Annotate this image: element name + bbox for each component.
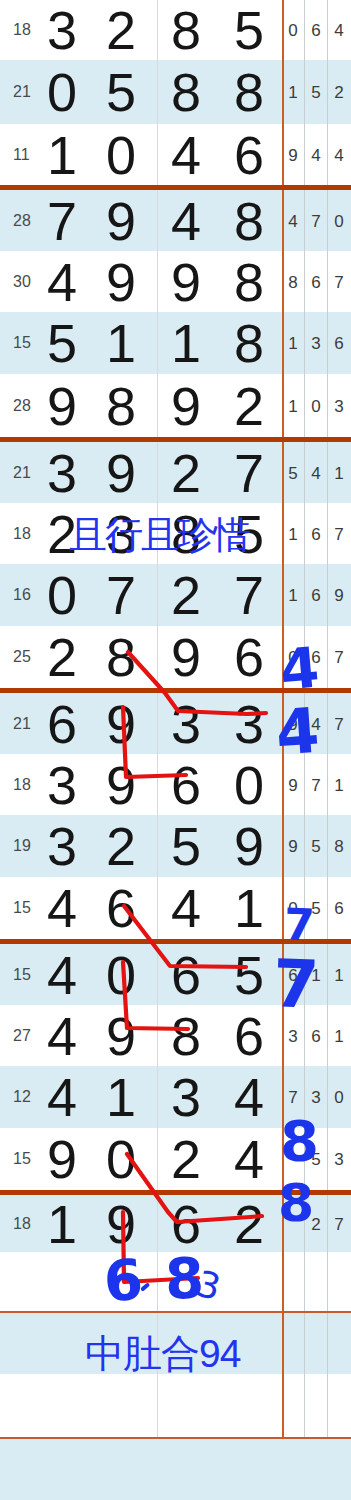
draw-digit: 6 [171, 948, 201, 1002]
draw-digit: 9 [106, 697, 136, 751]
row-sum: 18 [13, 21, 31, 39]
draw-digit: 4 [171, 194, 201, 248]
row-sum: 30 [13, 273, 31, 291]
draw-digit: 0 [106, 1132, 136, 1186]
stat-digit: 4 [311, 146, 320, 163]
draw-digit: 6 [47, 697, 77, 751]
draw-digit: 9 [106, 446, 136, 500]
stat-digit: 1 [288, 84, 297, 101]
draw-digit: 8 [171, 1009, 201, 1063]
draw-digit: 1 [47, 1197, 77, 1251]
draw-digit: 6 [234, 128, 264, 182]
row-sum: 15 [13, 966, 31, 984]
stat-digit: 7 [334, 273, 343, 290]
draw-digit: 3 [47, 3, 77, 57]
draw-digit: 9 [106, 194, 136, 248]
draw-digit: 1 [106, 316, 136, 370]
phrase-overlay: 且行且珍惜 [69, 516, 249, 554]
draw-row: 304998867 [0, 251, 351, 312]
stat-digit: 4 [288, 212, 297, 229]
row-sum: 19 [13, 837, 31, 855]
stat-digit: 2 [334, 84, 343, 101]
draw-digit: 9 [171, 379, 201, 433]
stat-digit: 6 [311, 1027, 320, 1044]
stat-digit: 1 [288, 397, 297, 414]
draw-digit: 7 [106, 568, 136, 622]
handwritten-digit: 6 [102, 1252, 145, 1311]
draw-digit: 6 [171, 758, 201, 812]
bottom-message: 中肚合94 [85, 1334, 240, 1373]
draw-digit: 4 [47, 881, 77, 935]
row-sum: 21 [13, 715, 31, 733]
stat-digit: 0 [311, 397, 320, 414]
draw-digit: 9 [106, 1197, 136, 1251]
draw-digit: 5 [106, 65, 136, 119]
row-sum: 25 [13, 648, 31, 666]
draw-digit: 1 [171, 316, 201, 370]
stat-digit: 0 [334, 212, 343, 229]
draw-digit: 3 [47, 446, 77, 500]
stat-digit: 1 [334, 464, 343, 481]
stat-digit: 9 [334, 587, 343, 604]
draw-digit: 6 [234, 630, 264, 684]
stat-digit: 1 [288, 587, 297, 604]
draw-row: 183285064 [0, 0, 351, 60]
draw-digit: 3 [47, 758, 77, 812]
draw-digit: 2 [171, 1132, 201, 1186]
stat-digit: 8 [288, 273, 297, 290]
draw-digit: 8 [171, 3, 201, 57]
draw-digit: 2 [106, 819, 136, 873]
stat-digit: 6 [334, 335, 343, 352]
stat-digit: 4 [311, 464, 320, 481]
stat-digit: 0 [288, 22, 297, 39]
stat-digit: 1 [288, 335, 297, 352]
footer-strip [0, 1439, 351, 1500]
draw-digit: 8 [171, 65, 201, 119]
draw-digit: 3 [171, 697, 201, 751]
stat-digit: 6 [334, 900, 343, 917]
draw-digit: 4 [47, 255, 77, 309]
draw-row: 289892103 [0, 374, 351, 437]
row-sum: 28 [13, 212, 31, 230]
draw-digit: 1 [234, 881, 264, 935]
draw-digit: 9 [47, 379, 77, 433]
stat-digit: 1 [334, 966, 343, 983]
row-sum: 15 [13, 334, 31, 352]
stat-digit: 8 [334, 838, 343, 855]
draw-digit: 8 [234, 255, 264, 309]
draw-digit: 3 [47, 819, 77, 873]
draw-digit: 4 [234, 1132, 264, 1186]
draw-digit: 0 [234, 758, 264, 812]
draw-digit: 3 [234, 697, 264, 751]
draw-digit: 9 [234, 819, 264, 873]
stat-digit: 4 [334, 22, 343, 39]
stat-digit: 6 [311, 587, 320, 604]
stat-digit: 5 [311, 84, 320, 101]
grid-line [327, 0, 328, 1437]
row-sum: 18 [13, 776, 31, 794]
stat-digit: 7 [288, 1089, 297, 1106]
stat-digit: 4 [334, 146, 343, 163]
stat-digit: 5 [288, 464, 297, 481]
row-sum: 27 [13, 1027, 31, 1045]
draw-digit: 0 [47, 568, 77, 622]
draw-digit: 5 [47, 316, 77, 370]
draw-digit: 9 [106, 758, 136, 812]
row-sum: 15 [13, 1150, 31, 1168]
draw-digit: 3 [171, 1070, 201, 1124]
row-sum: 28 [13, 397, 31, 415]
draw-digit: 2 [106, 3, 136, 57]
draw-digit: 1 [106, 1070, 136, 1124]
draw-digit: 6 [106, 881, 136, 935]
stat-digit: 1 [334, 776, 343, 793]
draw-digit: 0 [106, 128, 136, 182]
handwritten-digit: 8 [278, 1177, 314, 1229]
draw-digit: 8 [106, 379, 136, 433]
draw-digit: 9 [171, 630, 201, 684]
section-divider [0, 437, 351, 442]
draw-digit: 6 [234, 1009, 264, 1063]
draw-digit: 7 [47, 194, 77, 248]
stat-digit: 7 [334, 1215, 343, 1232]
row-sum: 18 [13, 525, 31, 543]
draw-digit: 9 [106, 1009, 136, 1063]
stat-digit: 7 [311, 776, 320, 793]
row-sum: 11 [13, 146, 30, 164]
draw-digit: 5 [234, 948, 264, 1002]
stat-digit: 3 [288, 1027, 297, 1044]
stat-digit: 6 [311, 525, 320, 542]
stat-digit: 1 [334, 1027, 343, 1044]
draw-row: 287948470 [0, 190, 351, 251]
row-sum: 21 [13, 464, 31, 482]
stat-digit: 1 [288, 525, 297, 542]
draw-digit: 8 [234, 194, 264, 248]
grid-line [157, 0, 158, 1437]
draw-digit: 0 [47, 65, 77, 119]
handwritten-digit: 4 [274, 700, 321, 765]
stat-digit: 3 [334, 397, 343, 414]
draw-digit: 0 [106, 948, 136, 1002]
thin-divider [0, 1437, 351, 1439]
draw-digit: 9 [47, 1132, 77, 1186]
draw-digit: 2 [171, 446, 201, 500]
section-divider [0, 185, 351, 190]
draw-digit: 4 [47, 1009, 77, 1063]
draw-digit: 9 [171, 255, 201, 309]
draw-digit: 2 [234, 379, 264, 433]
stat-digit: 7 [334, 525, 343, 542]
draw-digit: 7 [234, 568, 264, 622]
draw-row: 160727169 [0, 564, 351, 626]
draw-digit: 5 [234, 3, 264, 57]
draw-digit: 5 [171, 819, 201, 873]
stat-digit: 3 [311, 1089, 320, 1106]
draw-row: 155118136 [0, 312, 351, 374]
stat-digit: 3 [311, 335, 320, 352]
stat-digit: 7 [334, 649, 343, 666]
stat-digit: 7 [311, 212, 320, 229]
draw-digit: 4 [234, 1070, 264, 1124]
draw-digit: 8 [106, 630, 136, 684]
draw-digit: 8 [234, 316, 264, 370]
draw-digit: 8 [234, 65, 264, 119]
stat-digit: 9 [288, 776, 297, 793]
row-sum: 18 [13, 1215, 31, 1233]
row-sum: 15 [13, 899, 31, 917]
row-sum: 16 [13, 586, 31, 604]
draw-digit: 1 [47, 128, 77, 182]
handwritten-digit: 7 [272, 951, 320, 1019]
row-sum: 12 [13, 1088, 31, 1106]
handwritten-digit: 4 [278, 639, 322, 698]
draw-row: 213927541 [0, 442, 351, 503]
stat-digit: 9 [288, 146, 297, 163]
stat-digit: 9 [288, 838, 297, 855]
draw-digit: 7 [234, 446, 264, 500]
draw-digit: 2 [234, 1197, 264, 1251]
stat-digit: 6 [311, 22, 320, 39]
draw-row: 111046944 [0, 124, 351, 185]
stat-digit: 3 [334, 1151, 343, 1168]
stat-digit: 7 [334, 715, 343, 732]
handwritten-digit: 7 [283, 902, 315, 947]
stat-digit: 5 [311, 838, 320, 855]
draw-digit: 4 [47, 1070, 77, 1124]
draw-digit: 4 [47, 948, 77, 1002]
draw-digit: 2 [171, 568, 201, 622]
row-sum: 21 [13, 83, 31, 101]
handwritten-digit: 8 [280, 1113, 319, 1169]
draw-digit: 6 [171, 1197, 201, 1251]
draw-digit: 9 [106, 255, 136, 309]
draw-digit: 4 [171, 128, 201, 182]
stat-digit: 0 [334, 1089, 343, 1106]
draw-row: 193259958 [0, 815, 351, 877]
stat-digit: 6 [311, 273, 320, 290]
empty-row [0, 1374, 351, 1437]
draw-digit: 4 [171, 881, 201, 935]
draw-digit: 2 [47, 630, 77, 684]
draw-row: 210588152 [0, 60, 351, 124]
lottery-chart: 183285064 210588152 111046944 287948470 … [0, 0, 351, 1500]
